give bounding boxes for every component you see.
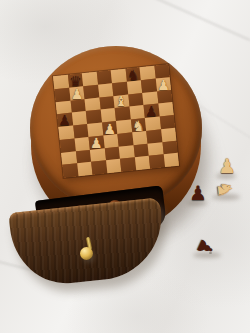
square-c1 <box>91 161 107 175</box>
square-f1 <box>134 156 150 170</box>
square-d1 <box>106 159 122 173</box>
light-knight-lying-shadow <box>212 194 240 200</box>
chess-board: ♛♞♟♟♝♟♟♟♞♟ <box>53 64 179 178</box>
dark-pawn-standing-shadow <box>187 200 207 206</box>
square-a1 <box>62 164 78 178</box>
light-pawn-standing-shadow <box>216 173 236 179</box>
brass-knob <box>80 247 93 260</box>
dark-pawn-lying-shadow <box>193 252 221 258</box>
square-e1 <box>120 158 136 172</box>
marble-vein <box>154 0 250 41</box>
scene: ♛♞♟♟♝♟♟♟♞♟ ♟♞♟♟ <box>0 0 250 333</box>
square-g1 <box>149 154 165 168</box>
square-b1 <box>77 162 93 176</box>
square-h1 <box>163 153 179 167</box>
